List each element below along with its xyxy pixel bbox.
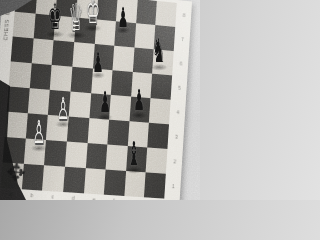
piece-black-pawn-e3: ♟	[99, 89, 111, 118]
piece-white-pawn-b2: ♙	[33, 117, 46, 149]
rank-label-8: 8	[183, 13, 186, 18]
file-label-a: a	[9, 192, 12, 200]
piece-contact-shadow	[150, 64, 167, 71]
square-a3	[5, 112, 28, 139]
piece-black-bishop-f1: ♝	[127, 138, 140, 171]
square-c1	[42, 165, 65, 192]
piece-contact-shadow	[131, 112, 146, 119]
square-b4	[27, 88, 50, 115]
square-a4	[7, 86, 30, 113]
square-f2	[106, 145, 128, 171]
square-e1	[84, 168, 106, 195]
piece-white-pawn-c3: ♙	[57, 95, 69, 125]
piece-contact-shadow	[84, 25, 102, 32]
piece-contact-shadow	[66, 32, 86, 39]
rank-label-1: 1	[172, 184, 175, 189]
square-d1	[63, 167, 85, 194]
square-h2	[146, 147, 168, 173]
square-c5	[50, 65, 72, 92]
square-h8	[156, 1, 177, 27]
square-a7	[13, 12, 36, 39]
piece-contact-shadow	[116, 27, 130, 34]
square-d2	[65, 142, 87, 169]
square-d5	[70, 67, 92, 93]
piece-contact-shadow	[125, 167, 142, 174]
piece-contact-shadow	[55, 121, 71, 128]
square-g8	[136, 0, 157, 25]
square-h4	[149, 98, 170, 124]
piece-white-queen-d7: ♕	[68, 0, 83, 36]
square-a5	[9, 61, 32, 88]
rank-label-7: 7	[181, 37, 184, 42]
square-b6	[31, 38, 53, 65]
rank-label-3: 3	[175, 135, 178, 140]
piece-black-king-b7: ♚	[48, 0, 62, 35]
square-f3	[107, 120, 129, 146]
brand-logo-icon: ⊕	[4, 9, 11, 17]
file-label-f: f	[113, 198, 115, 200]
file-label-c: c	[51, 194, 54, 200]
piece-black-pawn-e5: ♟	[92, 48, 103, 76]
square-d4	[69, 92, 91, 119]
piece-black-pawn-g7: ♟	[117, 3, 128, 31]
square-h1	[144, 172, 166, 198]
square-b5	[29, 63, 51, 90]
square-c2	[44, 140, 66, 167]
square-f5	[111, 70, 133, 96]
photo-scene: ⊕ CHESS ✥ abcdefgh 87654321 ♚♕♔♟♟♙♟♟♙♝♞	[0, 0, 200, 200]
file-label-b: b	[30, 193, 33, 200]
square-f1	[104, 170, 126, 196]
rank-label-4: 4	[177, 110, 180, 115]
square-e3	[87, 118, 109, 144]
piece-contact-shadow	[31, 145, 48, 152]
square-a6	[11, 36, 34, 63]
offboard-piece-black-knight: ♞	[152, 35, 165, 68]
piece-contact-shadow	[91, 72, 105, 79]
piece-black-pawn-g3: ♟	[133, 87, 145, 116]
file-label-e: e	[92, 197, 95, 200]
frame-brand-text: CHESS	[0, 18, 13, 40]
file-label-d: d	[72, 196, 75, 200]
rank-label-5: 5	[178, 86, 181, 91]
piece-white-king-e7: ♔	[86, 0, 100, 29]
square-h5	[151, 74, 172, 100]
piece-contact-shadow	[46, 31, 65, 38]
square-g1	[124, 171, 146, 197]
rank-label-2: 2	[173, 159, 176, 164]
rank-label-6: 6	[180, 61, 183, 66]
corner-knot-emblem-icon: ✥	[3, 157, 30, 187]
square-d6	[72, 42, 94, 68]
square-c6	[52, 40, 74, 67]
square-h3	[148, 123, 169, 149]
square-f6	[113, 46, 135, 72]
piece-contact-shadow	[97, 114, 112, 121]
square-e2	[85, 143, 107, 170]
